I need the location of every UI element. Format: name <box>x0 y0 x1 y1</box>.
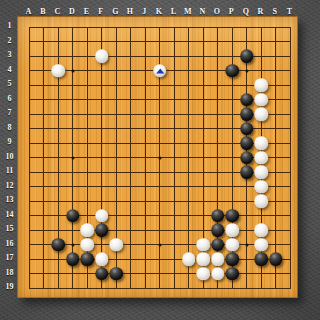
stone-white-R6[interactable] <box>255 93 269 107</box>
stone-white-R10[interactable] <box>255 151 269 165</box>
stone-black-Q8[interactable] <box>240 122 254 136</box>
star-point-D16 <box>71 243 74 246</box>
row-label-7: 7 <box>8 109 12 117</box>
stone-white-R12[interactable] <box>255 180 269 194</box>
row-label-14: 14 <box>6 211 14 219</box>
star-point-Q16 <box>245 243 248 246</box>
column-label-A: A <box>25 8 31 16</box>
grid-line-horizontal <box>29 273 291 274</box>
stone-black-S17[interactable] <box>269 253 283 267</box>
stone-black-E17[interactable] <box>81 253 95 267</box>
stone-black-P18[interactable] <box>226 267 240 281</box>
row-label-8: 8 <box>8 124 12 132</box>
column-label-B: B <box>40 8 45 16</box>
grid-line-horizontal <box>29 288 291 289</box>
stone-white-N18[interactable] <box>197 267 211 281</box>
row-label-3: 3 <box>8 51 12 59</box>
row-label-5: 5 <box>8 80 12 88</box>
stone-black-P14[interactable] <box>226 209 240 223</box>
column-label-L: L <box>171 8 176 16</box>
stone-black-O14[interactable] <box>211 209 225 223</box>
grid-line-horizontal <box>29 201 291 202</box>
grid-line-vertical <box>275 27 276 289</box>
stone-black-C16[interactable] <box>52 238 66 252</box>
row-label-16: 16 <box>6 240 14 248</box>
stone-white-N17[interactable] <box>197 253 211 267</box>
stone-white-K4[interactable] <box>153 64 167 78</box>
stone-white-E16[interactable] <box>81 238 95 252</box>
row-label-6: 6 <box>8 95 12 103</box>
stone-black-O15[interactable] <box>211 224 225 238</box>
row-label-19: 19 <box>6 283 14 291</box>
column-label-D: D <box>69 8 75 16</box>
stone-white-P16[interactable] <box>226 238 240 252</box>
row-label-13: 13 <box>6 196 14 204</box>
stone-black-Q10[interactable] <box>240 151 254 165</box>
stone-white-F3[interactable] <box>95 50 109 64</box>
stone-white-N16[interactable] <box>197 238 211 252</box>
grid-line-vertical <box>43 27 44 289</box>
row-label-10: 10 <box>6 153 14 161</box>
star-point-K10 <box>158 156 161 159</box>
stone-black-Q11[interactable] <box>240 166 254 180</box>
grid-line-horizontal <box>29 230 291 231</box>
column-label-K: K <box>156 8 162 16</box>
stone-black-P17[interactable] <box>226 253 240 267</box>
stone-white-M17[interactable] <box>182 253 196 267</box>
row-label-2: 2 <box>8 37 12 45</box>
grid-line-horizontal <box>29 27 291 28</box>
grid-line-vertical <box>29 27 30 289</box>
stone-white-R7[interactable] <box>255 108 269 122</box>
column-label-P: P <box>229 8 234 16</box>
stone-white-C4[interactable] <box>52 64 66 78</box>
column-label-M: M <box>184 8 192 16</box>
grid-line-vertical <box>290 27 291 289</box>
grid-line-vertical <box>174 27 175 289</box>
grid-line-horizontal <box>29 41 291 42</box>
row-label-4: 4 <box>8 66 12 74</box>
column-label-G: G <box>112 8 118 16</box>
grid-line-horizontal <box>29 186 291 187</box>
column-label-E: E <box>84 8 89 16</box>
row-label-18: 18 <box>6 269 14 277</box>
stone-black-G18[interactable] <box>110 267 124 281</box>
stone-white-P15[interactable] <box>226 224 240 238</box>
column-label-C: C <box>54 8 60 16</box>
stone-black-O16[interactable] <box>211 238 225 252</box>
stone-black-D14[interactable] <box>66 209 80 223</box>
grid-line-vertical <box>101 27 102 289</box>
column-label-R: R <box>257 8 263 16</box>
row-label-12: 12 <box>6 182 14 190</box>
stone-white-R5[interactable] <box>255 79 269 93</box>
column-label-N: N <box>199 8 205 16</box>
stone-white-R16[interactable] <box>255 238 269 252</box>
star-point-K16 <box>158 243 161 246</box>
column-label-T: T <box>287 8 292 16</box>
stone-white-E15[interactable] <box>81 224 95 238</box>
stone-black-R17[interactable] <box>255 253 269 267</box>
column-label-Q: Q <box>243 8 249 16</box>
stone-white-O17[interactable] <box>211 253 225 267</box>
stone-black-F15[interactable] <box>95 224 109 238</box>
row-label-11: 11 <box>6 167 14 175</box>
stone-white-R9[interactable] <box>255 137 269 151</box>
grid-line-vertical <box>145 27 146 289</box>
stone-black-Q6[interactable] <box>240 93 254 107</box>
row-label-9: 9 <box>8 138 12 146</box>
go-game-screenshot: ABCDEFGHJKLMNOPQRST123456789101112131415… <box>0 0 320 320</box>
stone-white-F14[interactable] <box>95 209 109 223</box>
stone-white-O18[interactable] <box>211 267 225 281</box>
stone-black-Q7[interactable] <box>240 108 254 122</box>
stone-white-G16[interactable] <box>110 238 124 252</box>
star-point-D10 <box>71 156 74 159</box>
grid-line-vertical <box>130 27 131 289</box>
column-label-S: S <box>273 8 277 16</box>
grid-line-horizontal <box>29 85 291 86</box>
stone-black-P4[interactable] <box>226 64 240 78</box>
stone-white-F17[interactable] <box>95 253 109 267</box>
stone-white-R11[interactable] <box>255 166 269 180</box>
stone-white-R13[interactable] <box>255 195 269 209</box>
grid-line-vertical <box>188 27 189 289</box>
stone-black-F18[interactable] <box>95 267 109 281</box>
stone-black-Q9[interactable] <box>240 137 254 151</box>
star-point-Q4 <box>245 69 248 72</box>
triangle-marker-K4 <box>156 68 164 73</box>
row-label-1: 1 <box>8 22 12 30</box>
column-label-O: O <box>214 8 220 16</box>
go-board[interactable] <box>17 16 298 298</box>
star-point-D4 <box>71 69 74 72</box>
stone-black-D17[interactable] <box>66 253 80 267</box>
row-label-15: 15 <box>6 225 14 233</box>
column-label-J: J <box>142 8 146 16</box>
stone-black-Q3[interactable] <box>240 50 254 64</box>
column-label-H: H <box>127 8 133 16</box>
column-label-F: F <box>98 8 103 16</box>
row-label-17: 17 <box>6 254 14 262</box>
stone-white-R15[interactable] <box>255 224 269 238</box>
